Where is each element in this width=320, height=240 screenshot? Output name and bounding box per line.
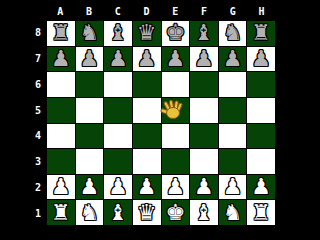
square-e8[interactable]: ♚ xyxy=(162,21,190,46)
square-f6[interactable] xyxy=(190,72,218,97)
square-h8[interactable]: ♜ xyxy=(247,21,275,46)
piece-black-pawn[interactable]: ♟ xyxy=(251,48,271,70)
square-f5[interactable] xyxy=(190,98,218,123)
piece-white-rook[interactable]: ♜ xyxy=(251,202,271,224)
piece-white-king[interactable]: ♚ xyxy=(165,202,185,224)
square-g6[interactable] xyxy=(219,72,247,97)
piece-black-queen[interactable]: ♛ xyxy=(137,22,157,44)
square-a8[interactable]: ♜ xyxy=(47,21,75,46)
rank-label-8: 8 xyxy=(24,27,43,38)
piece-white-pawn[interactable]: ♟ xyxy=(165,176,185,198)
piece-white-pawn[interactable]: ♟ xyxy=(80,176,100,198)
square-e3[interactable] xyxy=(162,149,190,174)
square-c7[interactable]: ♟ xyxy=(104,47,132,72)
square-g2[interactable]: ♟ xyxy=(219,175,247,200)
rank-label-4: 4 xyxy=(24,130,43,141)
file-label-b: B xyxy=(75,6,104,18)
chess-board: ♜♞♝♛♚♝♞♜♟♟♟♟♟♟♟♟ ♟♟♟♟♟♟♟♟♜♞♝♛♚♝♞♜ xyxy=(46,20,276,226)
file-label-f: F xyxy=(190,6,219,18)
square-a1[interactable]: ♜ xyxy=(47,200,75,225)
square-f7[interactable]: ♟ xyxy=(190,47,218,72)
piece-black-pawn[interactable]: ♟ xyxy=(137,48,157,70)
file-label-d: D xyxy=(132,6,161,18)
piece-white-pawn[interactable]: ♟ xyxy=(137,176,157,198)
piece-black-bishop[interactable]: ♝ xyxy=(194,22,214,44)
hand-cursor-icon xyxy=(160,100,185,120)
square-e1[interactable]: ♚ xyxy=(162,200,190,225)
file-labels: ABCDEFGH xyxy=(46,6,276,18)
square-e5[interactable] xyxy=(162,98,190,123)
square-b4[interactable] xyxy=(76,124,104,149)
piece-black-bishop[interactable]: ♝ xyxy=(108,22,128,44)
piece-white-pawn[interactable]: ♟ xyxy=(108,176,128,198)
game-screen: ABCDEFGH 87654321 ♜♞♝♛♚♝♞♜♟♟♟♟♟♟♟♟ ♟♟♟♟♟… xyxy=(0,0,320,240)
piece-white-bishop[interactable]: ♝ xyxy=(194,202,214,224)
square-c6[interactable] xyxy=(104,72,132,97)
piece-white-pawn[interactable]: ♟ xyxy=(51,176,71,198)
square-d4[interactable] xyxy=(133,124,161,149)
piece-white-pawn[interactable]: ♟ xyxy=(223,176,243,198)
square-b8[interactable]: ♞ xyxy=(76,21,104,46)
file-label-e: E xyxy=(161,6,190,18)
square-c1[interactable]: ♝ xyxy=(104,200,132,225)
rank-label-5: 5 xyxy=(24,105,43,116)
square-b6[interactable] xyxy=(76,72,104,97)
square-h7[interactable]: ♟ xyxy=(247,47,275,72)
piece-white-rook[interactable]: ♜ xyxy=(51,202,71,224)
piece-black-pawn[interactable]: ♟ xyxy=(80,48,100,70)
square-a3[interactable] xyxy=(47,149,75,174)
rank-labels: 87654321 xyxy=(24,20,43,226)
square-d3[interactable] xyxy=(133,149,161,174)
square-e7[interactable]: ♟ xyxy=(162,47,190,72)
square-e2[interactable]: ♟ xyxy=(162,175,190,200)
square-c5[interactable] xyxy=(104,98,132,123)
piece-black-rook[interactable]: ♜ xyxy=(51,22,71,44)
square-c8[interactable]: ♝ xyxy=(104,21,132,46)
square-f2[interactable]: ♟ xyxy=(190,175,218,200)
file-label-h: H xyxy=(247,6,276,18)
rank-label-1: 1 xyxy=(24,208,43,219)
square-g8[interactable]: ♞ xyxy=(219,21,247,46)
piece-white-bishop[interactable]: ♝ xyxy=(108,202,128,224)
square-c4[interactable] xyxy=(104,124,132,149)
rank-label-6: 6 xyxy=(24,79,43,90)
square-b3[interactable] xyxy=(76,149,104,174)
square-e6[interactable] xyxy=(162,72,190,97)
piece-white-knight[interactable]: ♞ xyxy=(80,202,100,224)
square-f3[interactable] xyxy=(190,149,218,174)
square-h6[interactable] xyxy=(247,72,275,97)
piece-black-knight[interactable]: ♞ xyxy=(223,22,243,44)
square-h2[interactable]: ♟ xyxy=(247,175,275,200)
square-a2[interactable]: ♟ xyxy=(47,175,75,200)
piece-black-pawn[interactable]: ♟ xyxy=(165,48,185,70)
square-d8[interactable]: ♛ xyxy=(133,21,161,46)
square-b7[interactable]: ♟ xyxy=(76,47,104,72)
square-c3[interactable] xyxy=(104,149,132,174)
piece-white-knight[interactable]: ♞ xyxy=(223,202,243,224)
square-b1[interactable]: ♞ xyxy=(76,200,104,225)
square-a5[interactable] xyxy=(47,98,75,123)
square-h5[interactable] xyxy=(247,98,275,123)
piece-black-knight[interactable]: ♞ xyxy=(80,22,100,44)
file-label-g: G xyxy=(219,6,248,18)
square-b5[interactable] xyxy=(76,98,104,123)
square-h3[interactable] xyxy=(247,149,275,174)
square-a4[interactable] xyxy=(47,124,75,149)
square-f4[interactable] xyxy=(190,124,218,149)
square-a7[interactable]: ♟ xyxy=(47,47,75,72)
square-b2[interactable]: ♟ xyxy=(76,175,104,200)
square-g5[interactable] xyxy=(219,98,247,123)
piece-black-pawn[interactable]: ♟ xyxy=(51,48,71,70)
square-d5[interactable] xyxy=(133,98,161,123)
piece-black-rook[interactable]: ♜ xyxy=(251,22,271,44)
square-f8[interactable]: ♝ xyxy=(190,21,218,46)
piece-white-pawn[interactable]: ♟ xyxy=(251,176,271,198)
square-h1[interactable]: ♜ xyxy=(247,200,275,225)
square-g3[interactable] xyxy=(219,149,247,174)
square-a6[interactable] xyxy=(47,72,75,97)
piece-black-king[interactable]: ♚ xyxy=(165,22,185,44)
square-d6[interactable] xyxy=(133,72,161,97)
file-label-a: A xyxy=(46,6,75,18)
rank-label-7: 7 xyxy=(24,53,43,64)
piece-white-pawn[interactable]: ♟ xyxy=(194,176,214,198)
piece-black-pawn[interactable]: ♟ xyxy=(108,48,128,70)
piece-white-queen[interactable]: ♛ xyxy=(137,202,157,224)
square-d7[interactable]: ♟ xyxy=(133,47,161,72)
square-g1[interactable]: ♞ xyxy=(219,200,247,225)
square-c2[interactable]: ♟ xyxy=(104,175,132,200)
square-h4[interactable] xyxy=(247,124,275,149)
square-f1[interactable]: ♝ xyxy=(190,200,218,225)
square-e4[interactable] xyxy=(162,124,190,149)
rank-label-2: 2 xyxy=(24,182,43,193)
square-d1[interactable]: ♛ xyxy=(133,200,161,225)
piece-black-pawn[interactable]: ♟ xyxy=(223,48,243,70)
square-g7[interactable]: ♟ xyxy=(219,47,247,72)
rank-label-3: 3 xyxy=(24,156,43,167)
piece-black-pawn[interactable]: ♟ xyxy=(194,48,214,70)
square-g4[interactable] xyxy=(219,124,247,149)
file-label-c: C xyxy=(104,6,133,18)
square-d2[interactable]: ♟ xyxy=(133,175,161,200)
